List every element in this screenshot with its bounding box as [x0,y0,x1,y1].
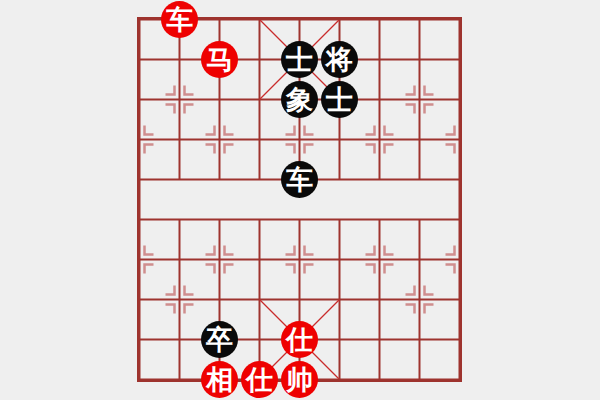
piece-black-chariot[interactable]: 车 [281,161,318,198]
board-pieces: 车马士将象士车卒仕相仕帅 [120,0,480,400]
piece-black-general[interactable]: 将 [321,41,358,78]
piece-black-advisor-1[interactable]: 士 [281,41,318,78]
piece-red-chariot[interactable]: 车 [161,1,198,38]
piece-red-advisor-2[interactable]: 仕 [241,361,278,398]
piece-red-general[interactable]: 帅 [281,361,318,398]
xiangqi-board: 车马士将象士车卒仕相仕帅 [0,0,600,400]
piece-black-advisor-2[interactable]: 士 [321,81,358,118]
piece-red-elephant[interactable]: 相 [201,361,238,398]
piece-red-horse[interactable]: 马 [201,41,238,78]
piece-black-elephant[interactable]: 象 [281,81,318,118]
piece-black-pawn[interactable]: 卒 [201,321,238,358]
piece-red-advisor-1[interactable]: 仕 [281,321,318,358]
